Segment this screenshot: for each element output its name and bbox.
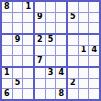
- cell-r5c4[interactable]: [35, 46, 45, 56]
- cell-r5c9[interactable]: 4: [89, 46, 99, 56]
- cell-r6c3[interactable]: [23, 56, 33, 66]
- cell-r8c6[interactable]: [56, 79, 66, 89]
- cell-r7c2[interactable]: [13, 68, 23, 78]
- cell-r3c1[interactable]: [2, 23, 12, 33]
- cell-r8c1[interactable]: [2, 79, 12, 89]
- cell-r5c2[interactable]: [13, 46, 23, 56]
- cell-r5c6[interactable]: [56, 46, 66, 56]
- block-9: 2: [68, 68, 99, 99]
- cell-r8c2[interactable]: 5: [13, 79, 23, 89]
- cell-r8c9[interactable]: [89, 79, 99, 89]
- cell-r3c7[interactable]: [68, 23, 78, 33]
- block-4: 9: [2, 35, 33, 66]
- cell-r8c5[interactable]: [46, 79, 56, 89]
- cell-r2c6[interactable]: [56, 13, 66, 23]
- cell-r6c2[interactable]: [13, 56, 23, 66]
- cell-r6c6[interactable]: [56, 56, 66, 66]
- cell-r9c6[interactable]: 8: [56, 89, 66, 99]
- cell-r9c2[interactable]: [13, 89, 23, 99]
- block-3: 5: [68, 2, 99, 33]
- cell-r7c6[interactable]: 4: [56, 68, 66, 78]
- cell-r9c9[interactable]: [89, 89, 99, 99]
- cell-r4c2[interactable]: 9: [13, 35, 23, 45]
- cell-r5c8[interactable]: 1: [79, 46, 89, 56]
- block-6: 14: [68, 35, 99, 66]
- cell-r3c4[interactable]: [35, 23, 45, 33]
- cell-r3c6[interactable]: [56, 23, 66, 33]
- cell-r4c8[interactable]: [79, 35, 89, 45]
- cell-r2c7[interactable]: 5: [68, 13, 78, 23]
- cell-r4c6[interactable]: [56, 35, 66, 45]
- cell-r3c8[interactable]: [79, 23, 89, 33]
- cell-r1c4[interactable]: [35, 2, 45, 12]
- cell-r9c1[interactable]: 6: [2, 89, 12, 99]
- cell-r8c3[interactable]: [23, 79, 33, 89]
- cell-r7c3[interactable]: [23, 68, 33, 78]
- cell-r2c8[interactable]: [79, 13, 89, 23]
- cell-r9c4[interactable]: [35, 89, 45, 99]
- block-5: 257: [35, 35, 66, 66]
- cell-r2c4[interactable]: 9: [35, 13, 45, 23]
- cell-r9c7[interactable]: [68, 89, 78, 99]
- cell-r9c8[interactable]: [79, 89, 89, 99]
- cell-r2c9[interactable]: [89, 13, 99, 23]
- cell-r7c4[interactable]: [35, 68, 45, 78]
- cell-r2c3[interactable]: [23, 13, 33, 23]
- sudoku-board: 81959257141563482: [0, 0, 101, 101]
- cell-r4c5[interactable]: 5: [46, 35, 56, 45]
- cell-r4c3[interactable]: [23, 35, 33, 45]
- cell-r5c7[interactable]: [68, 46, 78, 56]
- cell-r8c8[interactable]: [79, 79, 89, 89]
- cell-r9c5[interactable]: [46, 89, 56, 99]
- cell-r3c5[interactable]: [46, 23, 56, 33]
- cell-r6c4[interactable]: 7: [35, 56, 45, 66]
- cell-r6c5[interactable]: [46, 56, 56, 66]
- cell-r2c1[interactable]: [2, 13, 12, 23]
- cell-r8c4[interactable]: [35, 79, 45, 89]
- cell-r7c1[interactable]: 1: [2, 68, 12, 78]
- cell-r7c5[interactable]: 3: [46, 68, 56, 78]
- cell-r4c1[interactable]: [2, 35, 12, 45]
- block-8: 348: [35, 68, 66, 99]
- cell-r4c7[interactable]: [68, 35, 78, 45]
- cell-r8c7[interactable]: 2: [68, 79, 78, 89]
- cell-r6c9[interactable]: [89, 56, 99, 66]
- cell-r1c7[interactable]: [68, 2, 78, 12]
- cell-r6c1[interactable]: [2, 56, 12, 66]
- cell-r1c3[interactable]: 1: [23, 2, 33, 12]
- cell-r1c6[interactable]: [56, 2, 66, 12]
- cell-r7c9[interactable]: [89, 68, 99, 78]
- cell-r1c9[interactable]: [89, 2, 99, 12]
- cell-r5c5[interactable]: [46, 46, 56, 56]
- cell-r3c3[interactable]: [23, 23, 33, 33]
- cell-r2c2[interactable]: [13, 13, 23, 23]
- cell-r1c1[interactable]: 8: [2, 2, 12, 12]
- cell-r6c7[interactable]: [68, 56, 78, 66]
- cell-r3c9[interactable]: [89, 23, 99, 33]
- cell-r9c3[interactable]: [23, 89, 33, 99]
- block-1: 81: [2, 2, 33, 33]
- cell-r6c8[interactable]: [79, 56, 89, 66]
- cell-r1c2[interactable]: [13, 2, 23, 12]
- cell-r7c7[interactable]: [68, 68, 78, 78]
- cell-r5c3[interactable]: [23, 46, 33, 56]
- cell-r4c4[interactable]: 2: [35, 35, 45, 45]
- block-7: 156: [2, 68, 33, 99]
- cell-r1c5[interactable]: [46, 2, 56, 12]
- cell-r2c5[interactable]: [46, 13, 56, 23]
- cell-r7c8[interactable]: [79, 68, 89, 78]
- block-2: 9: [35, 2, 66, 33]
- cell-r3c2[interactable]: [13, 23, 23, 33]
- cell-r1c8[interactable]: [79, 2, 89, 12]
- cell-r5c1[interactable]: [2, 46, 12, 56]
- cell-r4c9[interactable]: [89, 35, 99, 45]
